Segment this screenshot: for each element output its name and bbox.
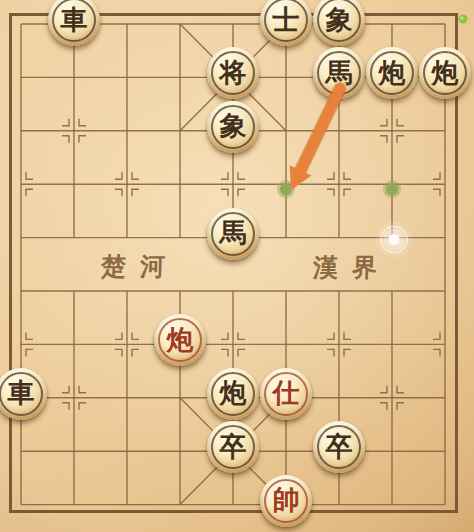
piece-character: 馬	[220, 219, 247, 246]
river-label-left: 楚河	[100, 250, 179, 283]
xiangqi-board[interactable]: 楚河 漢界 車士象将馬炮炮象馬炮車炮仕卒卒帥	[0, 0, 474, 532]
piece-black-horse[interactable]: 馬	[207, 208, 259, 260]
piece-character: 将	[220, 59, 247, 86]
piece-black-soldier[interactable]: 卒	[207, 421, 259, 473]
piece-black-horse[interactable]: 馬	[313, 47, 365, 99]
piece-character: 象	[220, 112, 247, 139]
piece-character: 車	[8, 379, 35, 406]
piece-red-cannon[interactable]: 炮	[154, 314, 206, 366]
piece-character: 仕	[273, 379, 300, 406]
piece-red-advisor[interactable]: 仕	[260, 368, 312, 420]
piece-black-cannon[interactable]: 炮	[366, 47, 418, 99]
piece-character: 炮	[167, 326, 194, 353]
piece-character: 卒	[220, 433, 247, 460]
piece-character: 卒	[326, 433, 353, 460]
piece-character: 炮	[379, 59, 406, 86]
piece-character: 帥	[273, 486, 300, 513]
piece-character: 炮	[432, 59, 459, 86]
piece-black-soldier[interactable]: 卒	[313, 421, 365, 473]
piece-black-general[interactable]: 将	[207, 47, 259, 99]
piece-character: 象	[326, 6, 353, 33]
piece-black-elephant[interactable]: 象	[207, 101, 259, 153]
piece-character: 士	[273, 6, 300, 33]
river-label-right: 漢界	[312, 251, 391, 284]
piece-red-general[interactable]: 帥	[260, 475, 312, 527]
piece-character: 馬	[326, 59, 353, 86]
piece-character: 炮	[220, 379, 247, 406]
piece-character: 車	[61, 6, 88, 33]
piece-black-cannon[interactable]: 炮	[207, 368, 259, 420]
piece-black-cannon[interactable]: 炮	[419, 47, 471, 99]
